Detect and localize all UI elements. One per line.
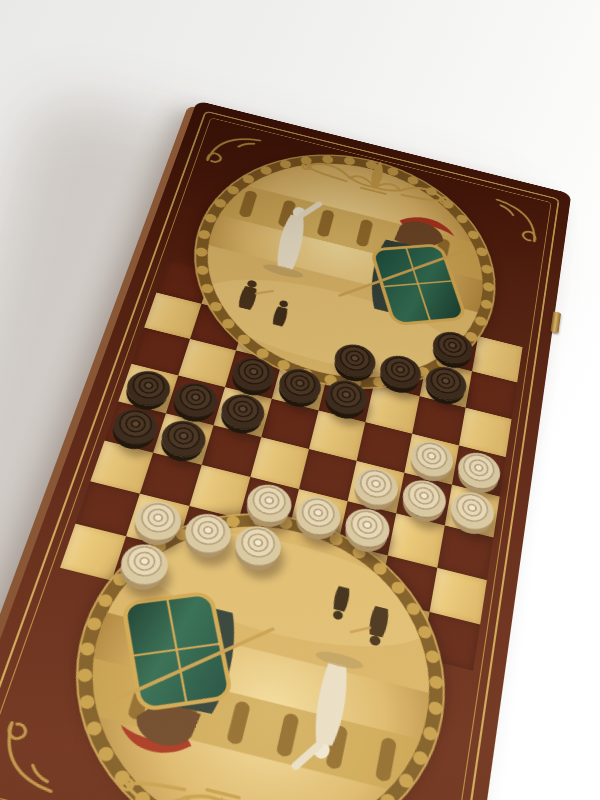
bottom-end-panel — [0, 565, 483, 800]
photo-background — [0, 0, 600, 800]
corner-scroll-icon — [0, 713, 75, 799]
corner-scroll-icon — [487, 196, 547, 248]
corner-scroll-icon — [198, 125, 264, 176]
brass-hinge — [550, 311, 561, 333]
